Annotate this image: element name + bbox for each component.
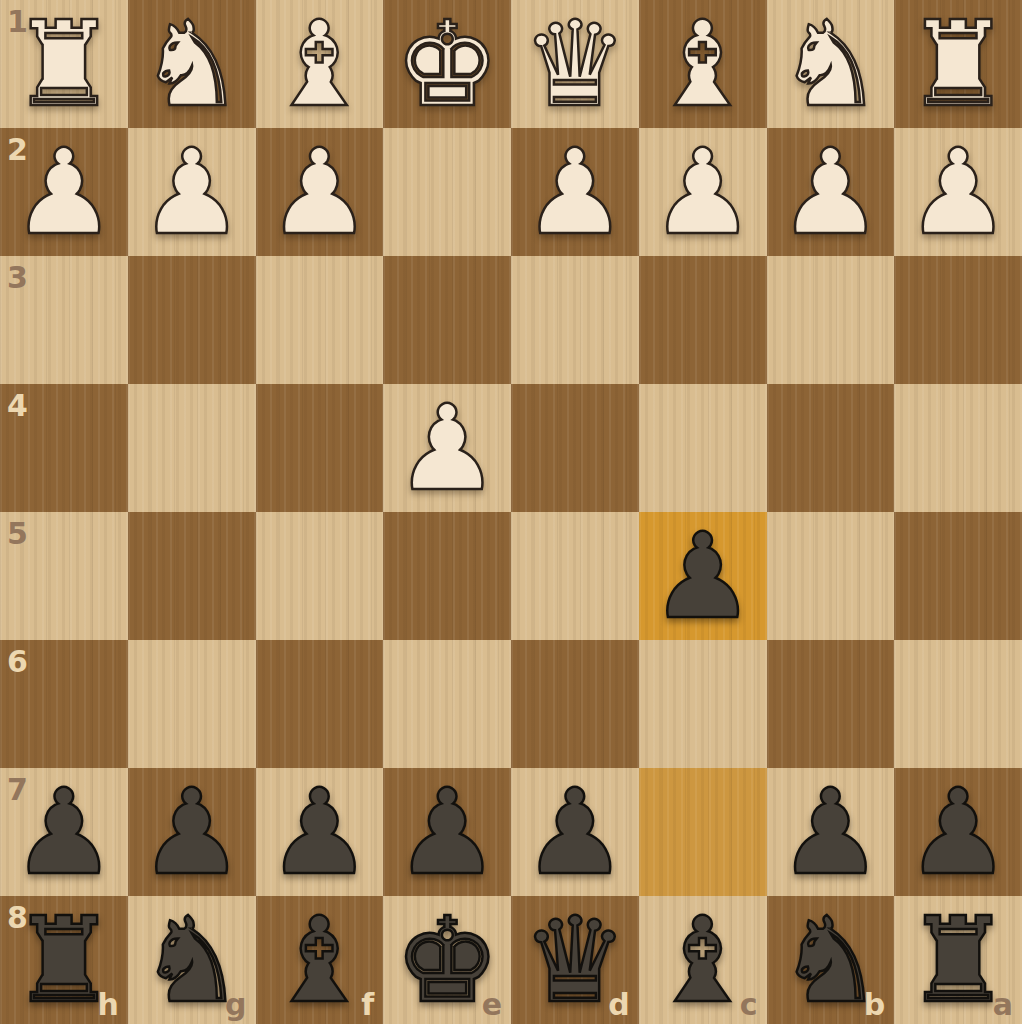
square-e4[interactable]: ♟ [383, 384, 511, 512]
square-c4[interactable] [639, 384, 767, 512]
square-e5[interactable] [383, 512, 511, 640]
square-c7-lastmove-highlight[interactable] [639, 768, 767, 896]
square-f3[interactable] [256, 256, 384, 384]
square-f8[interactable]: f♝ [256, 896, 384, 1024]
piece-black-knight[interactable]: ♞ [777, 901, 883, 1019]
piece-black-pawn[interactable]: ♟ [905, 773, 1011, 891]
square-h1[interactable]: 1♜ [0, 0, 128, 128]
square-h3[interactable]: 3 [0, 256, 128, 384]
square-e7[interactable]: ♟ [383, 768, 511, 896]
piece-black-pawn[interactable]: ♟ [139, 773, 245, 891]
square-c1[interactable]: ♝ [639, 0, 767, 128]
piece-white-pawn[interactable]: ♟ [139, 133, 245, 251]
square-f7[interactable]: ♟ [256, 768, 384, 896]
piece-white-pawn[interactable]: ♟ [266, 133, 372, 251]
piece-white-pawn[interactable]: ♟ [905, 133, 1011, 251]
square-d7[interactable]: ♟ [511, 768, 639, 896]
square-a5[interactable] [894, 512, 1022, 640]
square-b7[interactable]: ♟ [767, 768, 895, 896]
square-a7[interactable]: ♟ [894, 768, 1022, 896]
rank-label-6: 6 [7, 647, 28, 677]
square-g7[interactable]: ♟ [128, 768, 256, 896]
square-b3[interactable] [767, 256, 895, 384]
square-e6[interactable] [383, 640, 511, 768]
square-b4[interactable] [767, 384, 895, 512]
piece-black-knight[interactable]: ♞ [139, 901, 245, 1019]
piece-black-king[interactable]: ♚ [394, 901, 500, 1019]
square-g5[interactable] [128, 512, 256, 640]
piece-white-rook[interactable]: ♜ [905, 5, 1011, 123]
piece-white-rook[interactable]: ♜ [11, 5, 117, 123]
square-h4[interactable]: 4 [0, 384, 128, 512]
square-a3[interactable] [894, 256, 1022, 384]
square-e3[interactable] [383, 256, 511, 384]
square-f2[interactable]: ♟ [256, 128, 384, 256]
piece-black-pawn[interactable]: ♟ [394, 773, 500, 891]
square-g2[interactable]: ♟ [128, 128, 256, 256]
piece-black-rook[interactable]: ♜ [11, 901, 117, 1019]
rank-label-5: 5 [7, 519, 28, 549]
square-h7[interactable]: 7♟ [0, 768, 128, 896]
square-h6[interactable]: 6 [0, 640, 128, 768]
square-g8[interactable]: g♞ [128, 896, 256, 1024]
square-d4[interactable] [511, 384, 639, 512]
square-g3[interactable] [128, 256, 256, 384]
piece-white-pawn[interactable]: ♟ [650, 133, 756, 251]
square-c5-lastmove-highlight[interactable]: ♟ [639, 512, 767, 640]
piece-white-pawn[interactable]: ♟ [777, 133, 883, 251]
square-c6[interactable] [639, 640, 767, 768]
square-d8[interactable]: d♛ [511, 896, 639, 1024]
piece-white-king[interactable]: ♚ [394, 5, 500, 123]
piece-white-pawn[interactable]: ♟ [522, 133, 628, 251]
square-c8[interactable]: c♝ [639, 896, 767, 1024]
square-g4[interactable] [128, 384, 256, 512]
square-d3[interactable] [511, 256, 639, 384]
square-f1[interactable]: ♝ [256, 0, 384, 128]
piece-white-knight[interactable]: ♞ [777, 5, 883, 123]
square-e1[interactable]: ♚ [383, 0, 511, 128]
square-b2[interactable]: ♟ [767, 128, 895, 256]
square-d6[interactable] [511, 640, 639, 768]
piece-white-bishop[interactable]: ♝ [266, 5, 372, 123]
square-f5[interactable] [256, 512, 384, 640]
square-h5[interactable]: 5 [0, 512, 128, 640]
piece-black-pawn[interactable]: ♟ [522, 773, 628, 891]
square-d1[interactable]: ♛ [511, 0, 639, 128]
square-a4[interactable] [894, 384, 1022, 512]
square-b5[interactable] [767, 512, 895, 640]
square-f6[interactable] [256, 640, 384, 768]
square-a1[interactable]: ♜ [894, 0, 1022, 128]
piece-white-knight[interactable]: ♞ [139, 5, 245, 123]
square-d2[interactable]: ♟ [511, 128, 639, 256]
piece-black-bishop[interactable]: ♝ [266, 901, 372, 1019]
square-d5[interactable] [511, 512, 639, 640]
square-c2[interactable]: ♟ [639, 128, 767, 256]
piece-black-pawn[interactable]: ♟ [266, 773, 372, 891]
piece-black-rook[interactable]: ♜ [905, 901, 1011, 1019]
square-g6[interactable] [128, 640, 256, 768]
square-a2[interactable]: ♟ [894, 128, 1022, 256]
rank-label-4: 4 [7, 391, 28, 421]
rank-label-3: 3 [7, 263, 28, 293]
piece-black-pawn[interactable]: ♟ [650, 517, 756, 635]
square-f4[interactable] [256, 384, 384, 512]
piece-black-pawn[interactable]: ♟ [777, 773, 883, 891]
square-e2[interactable] [383, 128, 511, 256]
square-b6[interactable] [767, 640, 895, 768]
piece-black-pawn[interactable]: ♟ [11, 773, 117, 891]
piece-white-pawn[interactable]: ♟ [11, 133, 117, 251]
square-b8[interactable]: b♞ [767, 896, 895, 1024]
square-h2[interactable]: 2♟ [0, 128, 128, 256]
square-c3[interactable] [639, 256, 767, 384]
square-h8[interactable]: 8h♜ [0, 896, 128, 1024]
piece-white-pawn[interactable]: ♟ [394, 389, 500, 507]
square-a8[interactable]: a♜ [894, 896, 1022, 1024]
piece-white-queen[interactable]: ♛ [522, 5, 628, 123]
piece-white-bishop[interactable]: ♝ [650, 5, 756, 123]
piece-black-bishop[interactable]: ♝ [650, 901, 756, 1019]
piece-black-queen[interactable]: ♛ [522, 901, 628, 1019]
square-a6[interactable] [894, 640, 1022, 768]
square-g1[interactable]: ♞ [128, 0, 256, 128]
square-b1[interactable]: ♞ [767, 0, 895, 128]
square-e8[interactable]: e♚ [383, 896, 511, 1024]
chess-board: 1♜♞♝♚♛♝♞♜2♟♟♟♟♟♟♟34♟5♟67♟♟♟♟♟♟♟8h♜g♞f♝e♚… [0, 0, 1022, 1024]
